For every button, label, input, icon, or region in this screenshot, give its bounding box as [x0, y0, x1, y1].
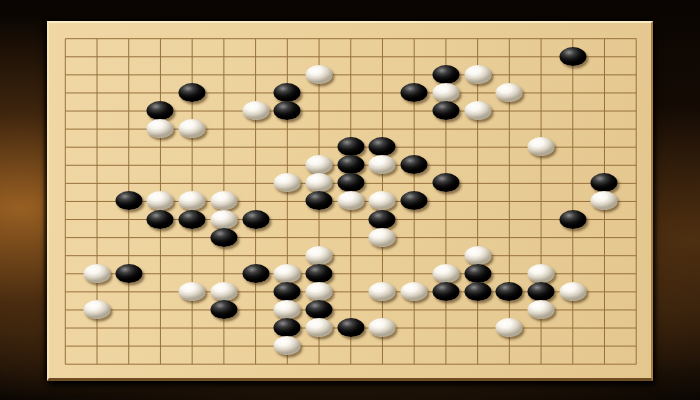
white-stone-glyph: ○: [283, 305, 292, 315]
white-stone[interactable]: ○: [179, 119, 206, 138]
black-stone[interactable]: ●: [210, 228, 237, 247]
black-stone-glyph: ●: [537, 286, 546, 296]
white-stone-glyph: ○: [537, 305, 546, 315]
black-stone-glyph: ●: [346, 142, 355, 152]
black-stone[interactable]: ●: [337, 137, 364, 156]
black-stone-glyph: ●: [568, 51, 577, 61]
black-stone[interactable]: ●: [306, 192, 333, 211]
black-stone[interactable]: ●: [464, 264, 491, 283]
black-stone[interactable]: ●: [274, 318, 301, 337]
white-stone[interactable]: ○: [84, 264, 111, 283]
black-stone-glyph: ●: [220, 305, 229, 315]
white-stone[interactable]: ○: [274, 336, 301, 355]
white-stone-glyph: ○: [346, 196, 355, 206]
black-stone[interactable]: ●: [369, 210, 396, 229]
black-stone-glyph: ●: [315, 305, 324, 315]
white-stone[interactable]: ○: [464, 101, 491, 120]
black-stone-glyph: ●: [124, 196, 133, 206]
white-stone[interactable]: ○: [179, 192, 206, 211]
white-stone[interactable]: ○: [274, 173, 301, 192]
white-stone[interactable]: ○: [369, 318, 396, 337]
black-stone-glyph: ●: [505, 286, 514, 296]
white-stone[interactable]: ○: [369, 155, 396, 174]
white-stone-glyph: ○: [537, 142, 546, 152]
black-stone-glyph: ●: [124, 268, 133, 278]
black-stone-glyph: ●: [442, 69, 451, 79]
black-stone[interactable]: ●: [179, 210, 206, 229]
white-stone[interactable]: ○: [591, 192, 618, 211]
black-stone-glyph: ●: [346, 178, 355, 188]
white-stone[interactable]: ○: [210, 282, 237, 301]
black-stone-glyph: ●: [473, 268, 482, 278]
black-stone[interactable]: ●: [242, 210, 269, 229]
black-stone-glyph: ●: [156, 214, 165, 224]
white-stone[interactable]: ○: [369, 192, 396, 211]
black-stone[interactable]: ●: [401, 83, 428, 102]
black-stone-glyph: ●: [442, 106, 451, 116]
white-stone-glyph: ○: [315, 323, 324, 333]
white-stone[interactable]: ○: [306, 173, 333, 192]
black-stone-glyph: ●: [410, 88, 419, 98]
white-stone-glyph: ○: [220, 196, 229, 206]
white-stone-glyph: ○: [378, 323, 387, 333]
white-stone[interactable]: ○: [147, 119, 174, 138]
white-stone-glyph: ○: [537, 268, 546, 278]
black-stone[interactable]: ●: [369, 137, 396, 156]
black-stone[interactable]: ●: [559, 210, 586, 229]
white-stone-glyph: ○: [378, 160, 387, 170]
black-stone-glyph: ●: [568, 214, 577, 224]
white-stone-glyph: ○: [505, 323, 514, 333]
black-stone[interactable]: ●: [432, 101, 459, 120]
white-stone[interactable]: ○: [528, 137, 555, 156]
white-stone-glyph: ○: [378, 286, 387, 296]
black-stone-glyph: ●: [220, 232, 229, 242]
black-stone-glyph: ●: [283, 88, 292, 98]
black-stone[interactable]: ●: [274, 101, 301, 120]
black-stone[interactable]: ●: [210, 300, 237, 319]
white-stone-glyph: ○: [378, 232, 387, 242]
black-stone[interactable]: ●: [401, 192, 428, 211]
white-stone[interactable]: ○: [496, 318, 523, 337]
black-stone[interactable]: ●: [432, 173, 459, 192]
white-stone-glyph: ○: [442, 268, 451, 278]
black-stone[interactable]: ●: [401, 155, 428, 174]
black-stone[interactable]: ●: [242, 264, 269, 283]
black-stone-glyph: ●: [346, 160, 355, 170]
white-stone-glyph: ○: [473, 69, 482, 79]
white-stone[interactable]: ○: [306, 246, 333, 265]
white-stone-glyph: ○: [156, 124, 165, 134]
white-stone-glyph: ○: [188, 286, 197, 296]
board-play-area[interactable]: ●○●○●●●○○●○●●○○○●●○○●○●○○●●●●○○○●○○●○●●○…: [49, 23, 651, 378]
black-stone-glyph: ●: [156, 106, 165, 116]
white-stone[interactable]: ○: [84, 300, 111, 319]
white-stone-glyph: ○: [410, 286, 419, 296]
white-stone-glyph: ○: [251, 106, 260, 116]
white-stone-glyph: ○: [505, 88, 514, 98]
black-stone[interactable]: ●: [115, 192, 142, 211]
black-stone[interactable]: ●: [559, 47, 586, 66]
white-stone[interactable]: ○: [369, 228, 396, 247]
black-stone[interactable]: ●: [115, 264, 142, 283]
black-stone[interactable]: ●: [147, 101, 174, 120]
black-stone-glyph: ●: [315, 268, 324, 278]
black-stone[interactable]: ●: [591, 173, 618, 192]
white-stone[interactable]: ○: [432, 264, 459, 283]
white-stone[interactable]: ○: [306, 65, 333, 84]
black-stone[interactable]: ●: [337, 173, 364, 192]
white-stone-glyph: ○: [188, 124, 197, 134]
black-stone-glyph: ●: [410, 196, 419, 206]
white-stone[interactable]: ○: [559, 282, 586, 301]
black-stone-glyph: ●: [283, 106, 292, 116]
go-board[interactable]: ●○●○●●●○○●○●●○○○●●○○●○●○○●●●●○○○●○○●○●●○…: [47, 21, 653, 381]
white-stone[interactable]: ○: [401, 282, 428, 301]
black-stone[interactable]: ●: [274, 83, 301, 102]
black-stone-glyph: ●: [473, 286, 482, 296]
white-stone-glyph: ○: [315, 160, 324, 170]
white-stone[interactable]: ○: [369, 282, 396, 301]
black-stone[interactable]: ●: [337, 155, 364, 174]
white-stone-glyph: ○: [473, 250, 482, 260]
white-stone[interactable]: ○: [274, 300, 301, 319]
white-stone-glyph: ○: [378, 196, 387, 206]
black-stone[interactable]: ●: [179, 83, 206, 102]
white-stone-glyph: ○: [315, 69, 324, 79]
black-stone[interactable]: ●: [496, 282, 523, 301]
white-stone-glyph: ○: [315, 178, 324, 188]
white-stone[interactable]: ○: [210, 210, 237, 229]
black-stone-glyph: ●: [251, 268, 260, 278]
white-stone-glyph: ○: [188, 196, 197, 206]
black-stone-glyph: ●: [315, 196, 324, 206]
white-stone-glyph: ○: [93, 305, 102, 315]
white-stone[interactable]: ○: [274, 264, 301, 283]
black-stone[interactable]: ●: [306, 300, 333, 319]
white-stone-glyph: ○: [568, 286, 577, 296]
white-stone[interactable]: ○: [528, 300, 555, 319]
white-stone-glyph: ○: [473, 106, 482, 116]
white-stone[interactable]: ○: [464, 246, 491, 265]
black-stone-glyph: ●: [378, 142, 387, 152]
black-stone-glyph: ●: [442, 286, 451, 296]
white-stone[interactable]: ○: [210, 192, 237, 211]
black-stone[interactable]: ●: [306, 264, 333, 283]
black-stone[interactable]: ●: [464, 282, 491, 301]
black-stone-glyph: ●: [378, 214, 387, 224]
black-stone-glyph: ●: [442, 178, 451, 188]
black-stone[interactable]: ●: [274, 282, 301, 301]
white-stone[interactable]: ○: [306, 282, 333, 301]
black-stone-glyph: ●: [251, 214, 260, 224]
white-stone-glyph: ○: [93, 268, 102, 278]
white-stone-glyph: ○: [283, 268, 292, 278]
screenshot-stage: ●○●○●●●○○●○●●○○○●●○○●○●○○●●●●○○○●○○●○●●○…: [0, 0, 700, 400]
white-stone-glyph: ○: [156, 196, 165, 206]
black-stone[interactable]: ●: [147, 210, 174, 229]
white-stone-glyph: ○: [220, 286, 229, 296]
white-stone-glyph: ○: [315, 250, 324, 260]
white-stone[interactable]: ○: [528, 264, 555, 283]
white-stone[interactable]: ○: [306, 155, 333, 174]
white-stone[interactable]: ○: [147, 192, 174, 211]
white-stone-glyph: ○: [220, 214, 229, 224]
white-stone-glyph: ○: [283, 341, 292, 351]
black-stone-glyph: ●: [600, 178, 609, 188]
white-stone-glyph: ○: [600, 196, 609, 206]
white-stone[interactable]: ○: [179, 282, 206, 301]
white-stone[interactable]: ○: [464, 65, 491, 84]
black-stone-glyph: ●: [410, 160, 419, 170]
black-stone-glyph: ●: [188, 88, 197, 98]
black-stone[interactable]: ●: [432, 65, 459, 84]
black-stone[interactable]: ●: [528, 282, 555, 301]
black-stone[interactable]: ●: [432, 282, 459, 301]
black-stone-glyph: ●: [346, 323, 355, 333]
black-stone[interactable]: ●: [337, 318, 364, 337]
black-stone-glyph: ●: [283, 323, 292, 333]
white-stone[interactable]: ○: [432, 83, 459, 102]
white-stone[interactable]: ○: [306, 318, 333, 337]
white-stone-glyph: ○: [283, 178, 292, 188]
black-stone-glyph: ●: [188, 214, 197, 224]
white-stone[interactable]: ○: [496, 83, 523, 102]
white-stone-glyph: ○: [315, 286, 324, 296]
black-stone-glyph: ●: [283, 286, 292, 296]
white-stone[interactable]: ○: [337, 192, 364, 211]
white-stone-glyph: ○: [442, 88, 451, 98]
white-stone[interactable]: ○: [242, 101, 269, 120]
